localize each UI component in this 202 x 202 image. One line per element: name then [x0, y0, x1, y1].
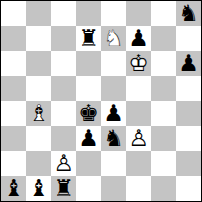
- square-g2[interactable]: [151, 151, 176, 176]
- knight-glyph: ♘: [101, 26, 126, 51]
- black-pawn: ♟: [126, 26, 151, 51]
- square-d8[interactable]: [76, 1, 101, 26]
- square-f5[interactable]: [126, 76, 151, 101]
- square-a8[interactable]: [1, 1, 26, 26]
- square-c7[interactable]: [51, 26, 76, 51]
- knight-glyph: ♞: [176, 1, 201, 26]
- black-knight: ♞: [176, 1, 201, 26]
- square-g4[interactable]: [151, 101, 176, 126]
- square-g3[interactable]: [151, 126, 176, 151]
- square-h7[interactable]: [176, 26, 201, 51]
- square-g5[interactable]: [151, 76, 176, 101]
- pawn-glyph: ♙: [51, 151, 76, 176]
- pawn-glyph: ♟: [176, 51, 201, 76]
- square-e3[interactable]: ♞: [101, 126, 126, 151]
- chess-board: ♞♜♞♘♟♚♔♟♝♗♚♟♟♞♟♙♟♙♝♝♜: [0, 0, 202, 202]
- square-h6[interactable]: ♟: [176, 51, 201, 76]
- square-a7[interactable]: [1, 26, 26, 51]
- pawn-glyph: ♟: [76, 126, 101, 151]
- square-c8[interactable]: [51, 1, 76, 26]
- rook-glyph: ♜: [76, 26, 101, 51]
- square-b7[interactable]: [26, 26, 51, 51]
- square-h3[interactable]: [176, 126, 201, 151]
- black-pawn: ♟: [176, 51, 201, 76]
- king-glyph: ♚: [76, 101, 101, 126]
- white-pawn: ♟♙: [126, 126, 151, 151]
- square-b4[interactable]: ♝♗: [26, 101, 51, 126]
- square-a3[interactable]: [1, 126, 26, 151]
- square-d1[interactable]: [76, 176, 101, 201]
- square-e2[interactable]: [101, 151, 126, 176]
- white-bishop: ♝♗: [26, 101, 51, 126]
- white-pawn: ♟♙: [51, 151, 76, 176]
- black-pawn: ♟: [76, 126, 101, 151]
- black-rook: ♜: [51, 176, 76, 201]
- square-e7[interactable]: ♞♘: [101, 26, 126, 51]
- square-f3[interactable]: ♟♙: [126, 126, 151, 151]
- square-f7[interactable]: ♟: [126, 26, 151, 51]
- square-d4[interactable]: ♚: [76, 101, 101, 126]
- square-c3[interactable]: [51, 126, 76, 151]
- square-b8[interactable]: [26, 1, 51, 26]
- bishop-glyph: ♗: [26, 101, 51, 126]
- square-b1[interactable]: ♝: [26, 176, 51, 201]
- square-f6[interactable]: ♚♔: [126, 51, 151, 76]
- square-c5[interactable]: [51, 76, 76, 101]
- square-f1[interactable]: [126, 176, 151, 201]
- black-bishop: ♝: [26, 176, 51, 201]
- square-d7[interactable]: ♜: [76, 26, 101, 51]
- square-a2[interactable]: [1, 151, 26, 176]
- square-c2[interactable]: ♟♙: [51, 151, 76, 176]
- square-c4[interactable]: [51, 101, 76, 126]
- square-d3[interactable]: ♟: [76, 126, 101, 151]
- rook-glyph: ♜: [51, 176, 76, 201]
- square-a6[interactable]: [1, 51, 26, 76]
- square-h4[interactable]: [176, 101, 201, 126]
- square-d2[interactable]: [76, 151, 101, 176]
- square-e4[interactable]: ♟: [101, 101, 126, 126]
- square-b6[interactable]: [26, 51, 51, 76]
- square-g8[interactable]: [151, 1, 176, 26]
- square-g1[interactable]: [151, 176, 176, 201]
- square-h8[interactable]: ♞: [176, 1, 201, 26]
- square-f2[interactable]: [126, 151, 151, 176]
- bishop-glyph: ♝: [1, 176, 26, 201]
- white-king: ♚♔: [126, 51, 151, 76]
- square-e1[interactable]: [101, 176, 126, 201]
- square-b3[interactable]: [26, 126, 51, 151]
- square-d6[interactable]: [76, 51, 101, 76]
- pawn-glyph: ♙: [126, 126, 151, 151]
- square-h5[interactable]: [176, 76, 201, 101]
- square-b2[interactable]: [26, 151, 51, 176]
- square-g6[interactable]: [151, 51, 176, 76]
- square-g7[interactable]: [151, 26, 176, 51]
- square-a4[interactable]: [1, 101, 26, 126]
- square-d5[interactable]: [76, 76, 101, 101]
- square-e8[interactable]: [101, 1, 126, 26]
- white-knight: ♞♘: [101, 26, 126, 51]
- square-a1[interactable]: ♝: [1, 176, 26, 201]
- black-king: ♚: [76, 101, 101, 126]
- black-knight: ♞: [101, 126, 126, 151]
- square-h2[interactable]: [176, 151, 201, 176]
- bishop-glyph: ♝: [26, 176, 51, 201]
- knight-glyph: ♞: [101, 126, 126, 151]
- square-a5[interactable]: [1, 76, 26, 101]
- square-f4[interactable]: [126, 101, 151, 126]
- square-h1[interactable]: [176, 176, 201, 201]
- square-c6[interactable]: [51, 51, 76, 76]
- black-bishop: ♝: [1, 176, 26, 201]
- square-b5[interactable]: [26, 76, 51, 101]
- pawn-glyph: ♟: [126, 26, 151, 51]
- pawn-glyph: ♟: [101, 101, 126, 126]
- square-e6[interactable]: [101, 51, 126, 76]
- square-c1[interactable]: ♜: [51, 176, 76, 201]
- black-pawn: ♟: [101, 101, 126, 126]
- square-f8[interactable]: [126, 1, 151, 26]
- square-e5[interactable]: [101, 76, 126, 101]
- black-rook: ♜: [76, 26, 101, 51]
- king-glyph: ♔: [126, 51, 151, 76]
